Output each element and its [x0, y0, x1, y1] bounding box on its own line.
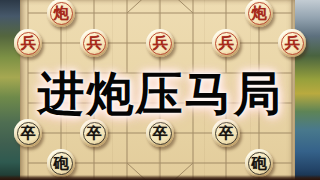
piece-black-cannon[interactable]: 砲 — [245, 149, 273, 177]
piece-character: 卒 — [21, 119, 36, 147]
piece-character: 兵 — [219, 29, 234, 57]
piece-character: 炮 — [54, 0, 69, 27]
piece-black-soldier[interactable]: 卒 — [80, 119, 108, 147]
piece-black-soldier[interactable]: 卒 — [212, 119, 240, 147]
piece-black-soldier[interactable]: 卒 — [146, 119, 174, 147]
piece-character: 兵 — [21, 29, 36, 57]
piece-red-soldier[interactable]: 兵 — [278, 29, 306, 57]
piece-character: 卒 — [219, 119, 234, 147]
piece-character: 砲 — [252, 149, 267, 177]
piece-red-cannon[interactable]: 炮 — [47, 0, 75, 27]
background-scenery-left — [0, 0, 20, 180]
piece-character: 兵 — [153, 29, 168, 57]
piece-red-soldier[interactable]: 兵 — [80, 29, 108, 57]
piece-character: 兵 — [87, 29, 102, 57]
piece-black-soldier[interactable]: 卒 — [14, 119, 42, 147]
background-scenery-right — [295, 0, 320, 180]
xiangqi-screenshot: 炮炮兵兵兵兵兵卒卒卒卒砲砲 进炮压马局 — [0, 0, 320, 180]
piece-character: 砲 — [54, 149, 69, 177]
piece-red-soldier[interactable]: 兵 — [14, 29, 42, 57]
bottom-letterbox — [0, 175, 320, 180]
piece-red-soldier[interactable]: 兵 — [212, 29, 240, 57]
piece-character: 卒 — [153, 119, 168, 147]
piece-black-cannon[interactable]: 砲 — [47, 149, 75, 177]
piece-character: 兵 — [285, 29, 300, 57]
piece-character: 炮 — [252, 0, 267, 27]
piece-red-soldier[interactable]: 兵 — [146, 29, 174, 57]
piece-red-cannon[interactable]: 炮 — [245, 0, 273, 27]
piece-character: 卒 — [87, 119, 102, 147]
